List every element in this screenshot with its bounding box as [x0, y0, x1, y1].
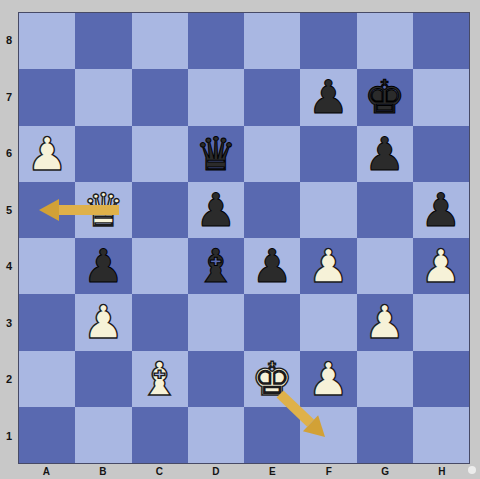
square-h6[interactable]	[413, 126, 469, 182]
corner-dot	[468, 466, 476, 474]
square-g4[interactable]	[357, 238, 413, 294]
rank-label-8: 8	[0, 12, 18, 69]
piece-black-pawn-d5[interactable]: ♟	[195, 187, 236, 233]
piece-black-queen-d6[interactable]: ♛	[195, 131, 236, 177]
square-f5[interactable]	[300, 182, 356, 238]
piece-black-pawn-e4[interactable]: ♟	[252, 243, 293, 289]
rank-label-3: 3	[0, 295, 18, 352]
square-c6[interactable]	[132, 126, 188, 182]
file-label-f: F	[301, 464, 358, 479]
piece-white-pawn-f2[interactable]: ♟	[308, 356, 349, 402]
square-e7[interactable]	[244, 69, 300, 125]
square-d6[interactable]: ♛	[188, 126, 244, 182]
square-d7[interactable]	[188, 69, 244, 125]
square-b7[interactable]	[75, 69, 131, 125]
square-e8[interactable]	[244, 13, 300, 69]
square-f2[interactable]: ♟	[300, 351, 356, 407]
square-c2[interactable]: ♝	[132, 351, 188, 407]
square-a4[interactable]	[19, 238, 75, 294]
square-f3[interactable]	[300, 294, 356, 350]
square-e1[interactable]	[244, 407, 300, 463]
square-d4[interactable]: ♝	[188, 238, 244, 294]
square-f7[interactable]: ♟	[300, 69, 356, 125]
square-h8[interactable]	[413, 13, 469, 69]
file-label-c: C	[131, 464, 188, 479]
square-g3[interactable]: ♟	[357, 294, 413, 350]
square-b8[interactable]	[75, 13, 131, 69]
square-c4[interactable]	[132, 238, 188, 294]
square-g2[interactable]	[357, 351, 413, 407]
file-label-g: G	[357, 464, 414, 479]
square-e2[interactable]: ♚	[244, 351, 300, 407]
square-d3[interactable]	[188, 294, 244, 350]
piece-white-pawn-h4[interactable]: ♟	[420, 243, 461, 289]
rank-label-4: 4	[0, 238, 18, 295]
square-c1[interactable]	[132, 407, 188, 463]
square-e6[interactable]	[244, 126, 300, 182]
square-c8[interactable]	[132, 13, 188, 69]
square-c3[interactable]	[132, 294, 188, 350]
rank-labels: 87654321	[0, 12, 18, 464]
piece-white-pawn-f4[interactable]: ♟	[308, 243, 349, 289]
piece-white-pawn-g3[interactable]: ♟	[364, 299, 405, 345]
square-d8[interactable]	[188, 13, 244, 69]
piece-black-king-g7[interactable]: ♚	[364, 74, 405, 120]
piece-white-king-e2[interactable]: ♚	[252, 356, 293, 402]
rank-label-5: 5	[0, 182, 18, 239]
square-b2[interactable]	[75, 351, 131, 407]
square-h7[interactable]	[413, 69, 469, 125]
square-f6[interactable]	[300, 126, 356, 182]
square-f4[interactable]: ♟	[300, 238, 356, 294]
piece-white-pawn-a6[interactable]: ♟	[27, 131, 68, 177]
piece-white-queen-b5[interactable]: ♛	[83, 187, 124, 233]
chess-board[interactable]: ♟♚♟♛♟♛♟♟♟♝♟♟♟♟♟♝♚♟	[18, 12, 470, 464]
square-e3[interactable]	[244, 294, 300, 350]
square-g5[interactable]	[357, 182, 413, 238]
square-g8[interactable]	[357, 13, 413, 69]
square-b3[interactable]: ♟	[75, 294, 131, 350]
square-h1[interactable]	[413, 407, 469, 463]
rank-label-7: 7	[0, 69, 18, 126]
square-h4[interactable]: ♟	[413, 238, 469, 294]
square-a7[interactable]	[19, 69, 75, 125]
square-h5[interactable]: ♟	[413, 182, 469, 238]
file-label-a: A	[18, 464, 75, 479]
square-b4[interactable]: ♟	[75, 238, 131, 294]
square-b5[interactable]: ♛	[75, 182, 131, 238]
square-b6[interactable]	[75, 126, 131, 182]
square-a1[interactable]	[19, 407, 75, 463]
piece-white-pawn-b3[interactable]: ♟	[83, 299, 124, 345]
piece-black-pawn-b4[interactable]: ♟	[83, 243, 124, 289]
square-a5[interactable]	[19, 182, 75, 238]
rank-label-1: 1	[0, 408, 18, 465]
square-g7[interactable]: ♚	[357, 69, 413, 125]
square-a6[interactable]: ♟	[19, 126, 75, 182]
piece-black-pawn-f7[interactable]: ♟	[308, 74, 349, 120]
piece-black-pawn-g6[interactable]: ♟	[364, 131, 405, 177]
square-a2[interactable]	[19, 351, 75, 407]
square-c5[interactable]	[132, 182, 188, 238]
file-labels: ABCDEFGH	[18, 464, 470, 479]
file-label-e: E	[244, 464, 301, 479]
square-c7[interactable]	[132, 69, 188, 125]
square-b1[interactable]	[75, 407, 131, 463]
square-e5[interactable]	[244, 182, 300, 238]
rank-label-6: 6	[0, 125, 18, 182]
square-g6[interactable]: ♟	[357, 126, 413, 182]
square-f1[interactable]	[300, 407, 356, 463]
square-e4[interactable]: ♟	[244, 238, 300, 294]
square-a8[interactable]	[19, 13, 75, 69]
square-d2[interactable]	[188, 351, 244, 407]
square-d1[interactable]	[188, 407, 244, 463]
square-a3[interactable]	[19, 294, 75, 350]
piece-black-pawn-h5[interactable]: ♟	[420, 187, 461, 233]
chess-app: 87654321 ♟♚♟♛♟♛♟♟♟♝♟♟♟♟♟♝♚♟ ABCDEFGH	[0, 0, 480, 479]
square-g1[interactable]	[357, 407, 413, 463]
square-h3[interactable]	[413, 294, 469, 350]
piece-white-bishop-c2[interactable]: ♝	[139, 356, 180, 402]
file-label-b: B	[75, 464, 132, 479]
square-f8[interactable]	[300, 13, 356, 69]
file-label-d: D	[188, 464, 245, 479]
piece-black-bishop-d4[interactable]: ♝	[195, 243, 236, 289]
square-d5[interactable]: ♟	[188, 182, 244, 238]
file-label-h: H	[414, 464, 471, 479]
square-h2[interactable]	[413, 351, 469, 407]
rank-label-2: 2	[0, 351, 18, 408]
